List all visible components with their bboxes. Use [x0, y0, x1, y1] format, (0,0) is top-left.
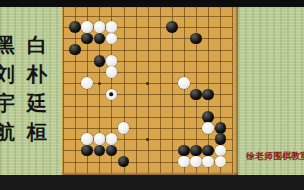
white-stone — [106, 33, 118, 45]
black-player-name-column: 黑刘宇航 — [0, 31, 17, 147]
white-stone — [106, 55, 118, 67]
grid-line-vertical — [160, 7, 161, 173]
white-player-name-column: 白朴廷桓 — [25, 31, 49, 147]
black-stone — [215, 122, 227, 134]
black-stone — [190, 33, 202, 45]
white-stone — [106, 66, 118, 78]
white-stone — [106, 89, 118, 101]
player-name-char: 桓 — [27, 118, 47, 147]
star-point — [98, 82, 101, 85]
black-stone — [118, 156, 130, 168]
white-stone — [106, 21, 118, 33]
white-stone — [202, 122, 214, 134]
black-stone — [202, 145, 214, 157]
star-point — [146, 138, 149, 141]
white-stone — [215, 156, 227, 168]
grid-line-horizontal — [63, 72, 233, 73]
last-move-marker — [110, 93, 114, 97]
grid-line-horizontal — [63, 16, 233, 17]
black-stone — [190, 145, 202, 157]
white-stone — [178, 77, 190, 89]
white-stone — [215, 145, 227, 157]
grid-line-horizontal — [63, 106, 233, 107]
player-name-char: 航 — [0, 118, 15, 147]
player-name-char: 廷 — [27, 89, 47, 118]
star-point — [146, 82, 149, 85]
player-name-char: 白 — [27, 31, 47, 60]
grid-line-vertical — [136, 7, 137, 173]
white-stone — [178, 156, 190, 168]
player-name-char: 宇 — [0, 89, 15, 118]
white-stone — [202, 156, 214, 168]
black-stone — [106, 145, 118, 157]
black-stone — [94, 55, 106, 67]
white-stone — [94, 133, 106, 145]
black-stone — [166, 21, 178, 33]
black-stone — [190, 89, 202, 101]
left-tatami-panel: 黑刘宇航 白朴廷桓 — [0, 7, 62, 175]
video-letterbox-top — [0, 0, 304, 7]
player-name-char: 黑 — [0, 31, 15, 60]
grid-line-vertical — [124, 7, 125, 173]
black-stone — [94, 33, 106, 45]
white-stone — [81, 77, 93, 89]
video-letterbox-bottom — [0, 175, 304, 190]
white-stone — [106, 133, 118, 145]
watermark-text: 徐老师围棋教室 — [246, 150, 304, 163]
grid-line-horizontal — [63, 50, 233, 51]
black-stone — [202, 89, 214, 101]
black-stone — [69, 21, 81, 33]
player-name-char: 刘 — [0, 60, 15, 89]
white-stone — [190, 156, 202, 168]
black-stone — [69, 44, 81, 56]
grid-line-vertical — [63, 7, 64, 173]
grid-line-vertical — [148, 7, 149, 173]
player-name-char: 朴 — [27, 60, 47, 89]
black-stone — [81, 33, 93, 45]
white-stone — [118, 122, 130, 134]
grid-line-vertical — [232, 7, 233, 173]
black-stone — [94, 145, 106, 157]
white-stone — [81, 133, 93, 145]
white-stone — [94, 21, 106, 33]
go-board — [62, 7, 238, 175]
grid-line-horizontal — [63, 61, 233, 62]
black-stone — [81, 145, 93, 157]
black-stone — [202, 111, 214, 123]
black-stone — [178, 145, 190, 157]
black-stone — [215, 133, 227, 145]
white-stone — [81, 21, 93, 33]
